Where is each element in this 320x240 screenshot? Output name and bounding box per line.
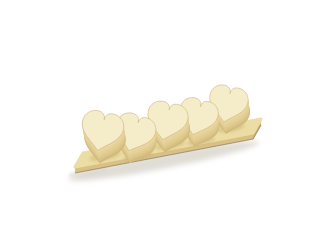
heart-rack-illustration	[40, 16, 280, 240]
product-photo	[40, 16, 280, 240]
